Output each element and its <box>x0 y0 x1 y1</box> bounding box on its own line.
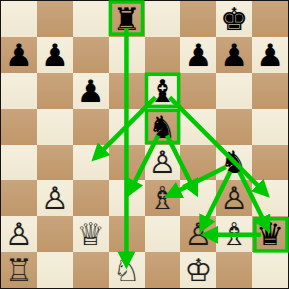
square-c2[interactable]: ♕ <box>73 216 109 252</box>
square-d1[interactable]: ♘ <box>109 252 145 288</box>
square-g1[interactable] <box>216 252 252 288</box>
piece-white-rook[interactable]: ♖ <box>5 252 33 288</box>
square-c7[interactable] <box>73 37 109 73</box>
square-f8[interactable] <box>180 1 216 37</box>
square-f1[interactable]: ♔ <box>180 252 216 288</box>
square-c1[interactable] <box>73 252 109 288</box>
piece-black-queen[interactable]: ♛ <box>256 216 284 252</box>
square-h2[interactable]: ♛ <box>252 216 288 252</box>
piece-white-king[interactable]: ♔ <box>184 252 212 288</box>
square-b1[interactable] <box>37 252 73 288</box>
square-a5[interactable] <box>1 109 37 145</box>
square-c8[interactable] <box>73 1 109 37</box>
square-f6[interactable] <box>180 73 216 109</box>
square-c5[interactable] <box>73 109 109 145</box>
square-c4[interactable] <box>73 145 109 181</box>
square-d4[interactable] <box>109 145 145 181</box>
piece-white-pawn[interactable]: ♙ <box>41 180 69 216</box>
square-f7[interactable]: ♟ <box>180 37 216 73</box>
piece-black-knight[interactable]: ♞ <box>220 145 248 181</box>
square-b5[interactable] <box>37 109 73 145</box>
square-h3[interactable] <box>252 180 288 216</box>
piece-black-bishop[interactable]: ♝ <box>149 73 177 109</box>
square-b4[interactable] <box>37 145 73 181</box>
square-c3[interactable] <box>73 180 109 216</box>
piece-white-knight[interactable]: ♘ <box>113 252 141 288</box>
piece-black-king[interactable]: ♚ <box>220 1 248 37</box>
square-g4[interactable]: ♞ <box>216 145 252 181</box>
square-d3[interactable] <box>109 180 145 216</box>
square-f4[interactable] <box>180 145 216 181</box>
square-e1[interactable] <box>145 252 181 288</box>
square-d6[interactable] <box>109 73 145 109</box>
piece-white-pawn[interactable]: ♙ <box>5 216 33 252</box>
square-g8[interactable]: ♚ <box>216 1 252 37</box>
piece-white-bishop[interactable]: ♗ <box>220 216 248 252</box>
piece-black-pawn[interactable]: ♟ <box>41 37 69 73</box>
square-d5[interactable] <box>109 109 145 145</box>
square-h1[interactable] <box>252 252 288 288</box>
square-e2[interactable] <box>145 216 181 252</box>
square-a4[interactable] <box>1 145 37 181</box>
square-a3[interactable] <box>1 180 37 216</box>
square-f5[interactable] <box>180 109 216 145</box>
piece-white-pawn[interactable]: ♙ <box>184 216 212 252</box>
piece-black-pawn[interactable]: ♟ <box>77 73 105 109</box>
square-a2[interactable]: ♙ <box>1 216 37 252</box>
square-g7[interactable]: ♟ <box>216 37 252 73</box>
chess-board: ♜♚♟♟♟♟♟♟♝♞♙♞♙♗♙♙♕♙♗♛♖♘♔ <box>0 0 289 289</box>
piece-black-pawn[interactable]: ♟ <box>220 37 248 73</box>
square-h8[interactable] <box>252 1 288 37</box>
square-e5[interactable]: ♞ <box>145 109 181 145</box>
square-e4[interactable]: ♙ <box>145 145 181 181</box>
piece-black-knight[interactable]: ♞ <box>149 109 177 145</box>
square-b6[interactable] <box>37 73 73 109</box>
square-h5[interactable] <box>252 109 288 145</box>
piece-white-pawn[interactable]: ♙ <box>220 180 248 216</box>
square-a7[interactable]: ♟ <box>1 37 37 73</box>
square-f2[interactable]: ♙ <box>180 216 216 252</box>
square-h4[interactable] <box>252 145 288 181</box>
square-a6[interactable] <box>1 73 37 109</box>
piece-black-pawn[interactable]: ♟ <box>5 37 33 73</box>
piece-black-rook[interactable]: ♜ <box>113 1 141 37</box>
square-e6[interactable]: ♝ <box>145 73 181 109</box>
square-e7[interactable] <box>145 37 181 73</box>
square-d8[interactable]: ♜ <box>109 1 145 37</box>
square-b7[interactable]: ♟ <box>37 37 73 73</box>
square-g6[interactable] <box>216 73 252 109</box>
square-g5[interactable] <box>216 109 252 145</box>
piece-white-queen[interactable]: ♕ <box>77 216 105 252</box>
square-a8[interactable] <box>1 1 37 37</box>
square-b3[interactable]: ♙ <box>37 180 73 216</box>
square-b2[interactable] <box>37 216 73 252</box>
piece-black-pawn[interactable]: ♟ <box>256 37 284 73</box>
square-h7[interactable]: ♟ <box>252 37 288 73</box>
square-a1[interactable]: ♖ <box>1 252 37 288</box>
square-d2[interactable] <box>109 216 145 252</box>
square-g3[interactable]: ♙ <box>216 180 252 216</box>
square-h6[interactable] <box>252 73 288 109</box>
square-c6[interactable]: ♟ <box>73 73 109 109</box>
chess-board-container: ♜♚♟♟♟♟♟♟♝♞♙♞♙♗♙♙♕♙♗♛♖♘♔ <box>0 0 289 289</box>
square-g2[interactable]: ♗ <box>216 216 252 252</box>
square-e3[interactable]: ♗ <box>145 180 181 216</box>
square-d7[interactable] <box>109 37 145 73</box>
piece-white-bishop[interactable]: ♗ <box>149 180 177 216</box>
square-e8[interactable] <box>145 1 181 37</box>
square-f3[interactable] <box>180 180 216 216</box>
piece-white-pawn[interactable]: ♙ <box>149 145 177 181</box>
piece-black-pawn[interactable]: ♟ <box>184 37 212 73</box>
square-b8[interactable] <box>37 1 73 37</box>
